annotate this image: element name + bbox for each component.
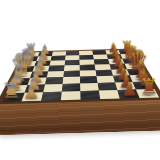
square-a1[interactable]: ♜ bbox=[2, 93, 25, 102]
square-a2[interactable]: ♟ bbox=[22, 92, 44, 101]
square-a4[interactable] bbox=[61, 91, 81, 100]
chess-board: ♜♟♟♜♞♟♟♞♝♟♟♝♚♟♟♚♛♟♟♛♝♟♟♝♞♟♟♞♜♟♟♜ bbox=[0, 49, 160, 105]
square-a8[interactable]: ♜ bbox=[136, 89, 159, 98]
black-rook[interactable]: ♜ bbox=[139, 76, 159, 98]
board-tilt-wrapper: ♜♟♟♜♞♟♟♞♝♟♟♝♚♟♟♚♛♟♟♛♝♟♟♝♞♟♟♞♜♟♟♜ bbox=[0, 0, 160, 160]
board-grid: ♜♟♟♜♞♟♟♞♝♟♟♝♚♟♟♚♛♟♟♛♝♟♟♝♞♟♟♞♜♟♟♜ bbox=[2, 50, 159, 102]
square-a7[interactable]: ♟ bbox=[117, 90, 139, 99]
chess-set-photo: ♜♟♟♜♞♟♟♞♝♟♟♝♚♟♟♚♛♟♟♛♝♟♟♝♞♟♟♞♜♟♟♜ bbox=[0, 0, 160, 160]
black-pawn[interactable]: ♟ bbox=[121, 79, 138, 98]
white-pawn[interactable]: ♟ bbox=[22, 82, 39, 101]
square-a5[interactable] bbox=[80, 91, 100, 100]
square-a6[interactable] bbox=[99, 90, 120, 99]
square-a3[interactable] bbox=[41, 92, 62, 101]
white-rook[interactable]: ♜ bbox=[1, 80, 21, 102]
